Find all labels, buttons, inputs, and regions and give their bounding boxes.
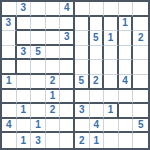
cell-r3c5[interactable]: 3	[60, 31, 75, 46]
cell-r8c4[interactable]: 2	[46, 104, 61, 119]
cell-r6c7[interactable]: 2	[90, 75, 105, 90]
given-digit: 1	[6, 76, 12, 86]
cell-r1c6[interactable]	[75, 2, 90, 17]
given-digit: 2	[50, 105, 56, 115]
cell-r10c9[interactable]	[119, 133, 134, 148]
cell-r4c3[interactable]: 5	[31, 46, 46, 61]
cell-r6c3[interactable]	[31, 75, 46, 90]
cell-r6c6[interactable]: 5	[75, 75, 90, 90]
cell-r1c9[interactable]	[119, 2, 134, 17]
given-digit: 3	[6, 18, 12, 28]
given-digit: 3	[79, 105, 85, 115]
cell-r10c8[interactable]	[104, 133, 119, 148]
given-digit: 1	[108, 33, 114, 43]
cell-r7c5[interactable]	[60, 90, 75, 105]
given-digit: 2	[50, 76, 56, 86]
cell-r10c10[interactable]	[133, 133, 148, 148]
cell-r9c4[interactable]	[46, 119, 61, 134]
cell-r4c2[interactable]: 3	[17, 46, 32, 61]
given-digit: 3	[21, 3, 27, 13]
cell-r6c8[interactable]	[104, 75, 119, 90]
cell-r4c7[interactable]	[90, 46, 105, 61]
cell-r9c3[interactable]: 1	[31, 119, 46, 134]
cell-r5c4[interactable]	[46, 60, 61, 75]
cell-r6c9[interactable]: 4	[119, 75, 134, 90]
cell-r5c10[interactable]	[133, 60, 148, 75]
cell-r8c8[interactable]: 1	[104, 104, 119, 119]
cell-r2c7[interactable]	[90, 17, 105, 32]
cell-r1c2[interactable]: 3	[17, 2, 32, 17]
given-digit: 2	[93, 76, 99, 86]
cell-r1c10[interactable]	[133, 2, 148, 17]
given-digit: 1	[108, 105, 114, 115]
cell-r7c7[interactable]	[90, 90, 105, 105]
cell-r4c10[interactable]	[133, 46, 148, 61]
cell-r1c4[interactable]	[46, 2, 61, 17]
cell-r4c5[interactable]	[60, 46, 75, 61]
cell-r4c4[interactable]	[46, 46, 61, 61]
cell-r3c8[interactable]: 1	[104, 31, 119, 46]
cell-r8c5[interactable]	[60, 104, 75, 119]
given-digit: 4	[94, 120, 100, 130]
cell-r8c1[interactable]	[2, 104, 17, 119]
cell-r5c8[interactable]	[104, 60, 119, 75]
cell-r2c8[interactable]	[104, 17, 119, 32]
cell-r10c5[interactable]	[60, 133, 75, 148]
cell-r8c10[interactable]	[133, 104, 148, 119]
cell-r3c3[interactable]	[31, 31, 46, 46]
given-digit: 4	[64, 3, 70, 13]
cell-r2c1[interactable]: 3	[2, 17, 17, 32]
cell-r2c2[interactable]	[17, 17, 32, 32]
cell-r2c10[interactable]	[133, 17, 148, 32]
given-digit: 1	[50, 91, 56, 101]
cell-r7c2[interactable]	[17, 90, 32, 105]
cell-r6c10[interactable]	[133, 75, 148, 90]
cell-r9c8[interactable]	[104, 119, 119, 134]
given-digit: 4	[6, 120, 12, 130]
given-digit: 5	[138, 120, 144, 130]
cell-r3c9[interactable]	[119, 31, 134, 46]
cell-r9c5[interactable]	[60, 119, 75, 134]
cell-r10c7[interactable]: 1	[90, 133, 105, 148]
cell-r10c4[interactable]	[46, 133, 61, 148]
cell-r2c3[interactable]	[31, 17, 46, 32]
given-digit: 1	[21, 136, 27, 146]
given-digit: 1	[21, 105, 27, 115]
cell-r9c7[interactable]: 4	[90, 119, 105, 134]
cell-r3c6[interactable]	[75, 31, 90, 46]
cell-r8c7[interactable]	[90, 104, 105, 119]
cell-r6c4[interactable]: 2	[46, 75, 61, 90]
cell-r3c7[interactable]: 5	[90, 31, 105, 46]
cell-r1c5[interactable]: 4	[60, 2, 75, 17]
cell-r4c8[interactable]	[104, 46, 119, 61]
cell-r7c8[interactable]	[104, 90, 119, 105]
cell-r8c9[interactable]	[119, 104, 134, 119]
given-digit: 5	[79, 76, 85, 86]
cell-r9c2[interactable]	[17, 119, 32, 134]
cell-r7c9[interactable]	[119, 90, 134, 105]
cell-r10c1[interactable]	[2, 133, 17, 148]
cell-r5c5[interactable]	[60, 60, 75, 75]
given-digit: 5	[93, 33, 99, 43]
cell-r1c7[interactable]	[90, 2, 105, 17]
given-digit: 5	[35, 47, 41, 57]
given-digit: 1	[35, 120, 41, 130]
given-digit: 4	[122, 76, 128, 86]
cell-r6c5[interactable]	[60, 75, 75, 90]
cell-r5c2[interactable]	[17, 60, 32, 75]
cell-r6c2[interactable]	[17, 75, 32, 90]
cell-r10c6[interactable]: 2	[75, 133, 90, 148]
cell-r7c3[interactable]	[31, 90, 46, 105]
given-digit: 3	[35, 136, 41, 146]
cell-r2c4[interactable]	[46, 17, 61, 32]
cell-r8c6[interactable]: 3	[75, 104, 90, 119]
cell-r5c7[interactable]	[90, 60, 105, 75]
given-digit: 2	[79, 136, 85, 146]
cell-r4c9[interactable]	[119, 46, 134, 61]
cell-r8c3[interactable]	[31, 104, 46, 119]
cell-r3c4[interactable]	[46, 31, 61, 46]
cell-r6c1[interactable]: 1	[2, 75, 17, 90]
cell-r5c1[interactable]	[2, 60, 17, 75]
cell-r9c1[interactable]: 4	[2, 119, 17, 134]
cell-r10c2[interactable]: 1	[17, 133, 32, 148]
cell-r1c3[interactable]	[31, 2, 46, 17]
cell-r4c6[interactable]	[75, 46, 90, 61]
cell-r1c8[interactable]	[104, 2, 119, 17]
cell-r5c9[interactable]	[119, 60, 134, 75]
given-digit: 3	[21, 47, 27, 57]
cell-r9c9[interactable]	[119, 119, 134, 134]
given-digit: 2	[138, 33, 144, 43]
cell-r7c1[interactable]	[2, 90, 17, 105]
given-digit: 1	[94, 136, 100, 146]
cell-r5c6[interactable]	[75, 60, 90, 75]
ripple-effect-board: 3431351235125241123141451321	[0, 0, 150, 150]
cell-r5c3[interactable]	[31, 60, 46, 75]
cell-r2c6[interactable]	[75, 17, 90, 32]
cell-r3c10[interactable]: 2	[133, 31, 148, 46]
cell-r2c5[interactable]	[60, 17, 75, 32]
cell-r4c1[interactable]	[2, 46, 17, 61]
cell-r10c3[interactable]: 3	[31, 133, 46, 148]
cell-r3c1[interactable]	[2, 31, 17, 46]
cell-r3c2[interactable]	[17, 31, 32, 46]
given-digit: 3	[64, 32, 70, 42]
cell-r9c10[interactable]: 5	[133, 119, 148, 134]
cell-r8c2[interactable]: 1	[17, 104, 32, 119]
cell-r1c1[interactable]	[2, 2, 17, 17]
cell-r9c6[interactable]	[75, 119, 90, 134]
given-digit: 1	[122, 18, 128, 28]
cell-r7c6[interactable]	[75, 90, 90, 105]
cell-r7c4[interactable]: 1	[46, 90, 61, 105]
cell-r2c9[interactable]: 1	[119, 17, 134, 32]
cell-r7c10[interactable]	[133, 90, 148, 105]
